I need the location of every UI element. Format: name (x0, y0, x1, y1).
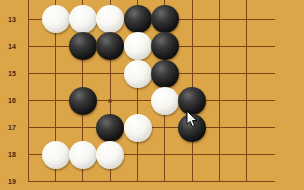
row-label-16: 16 (4, 97, 20, 104)
mouse-cursor (186, 110, 199, 129)
white-stone[interactable] (151, 87, 179, 115)
row-label-18: 18 (4, 151, 20, 158)
go-board-screen: 13141516171819 (0, 0, 304, 190)
white-stone[interactable] (42, 141, 70, 169)
black-stone[interactable] (96, 114, 124, 142)
row-label-19: 19 (4, 178, 20, 185)
grid-line-horizontal (28, 127, 275, 128)
row-label-17: 17 (4, 124, 20, 131)
white-stone[interactable] (69, 5, 97, 33)
grid-line-horizontal (28, 181, 275, 182)
black-stone[interactable] (151, 60, 179, 88)
black-stone[interactable] (69, 32, 97, 60)
white-stone[interactable] (124, 60, 152, 88)
white-stone[interactable] (124, 114, 152, 142)
row-label-13: 13 (4, 16, 20, 23)
white-stone[interactable] (96, 141, 124, 169)
black-stone[interactable] (151, 5, 179, 33)
row-label-15: 15 (4, 70, 20, 77)
row-label-14: 14 (4, 43, 20, 50)
black-stone[interactable] (69, 87, 97, 115)
white-stone[interactable] (124, 32, 152, 60)
white-stone[interactable] (96, 5, 124, 33)
black-stone[interactable] (151, 32, 179, 60)
white-stone[interactable] (69, 141, 97, 169)
black-stone[interactable] (96, 32, 124, 60)
black-stone[interactable] (124, 5, 152, 33)
white-stone[interactable] (42, 5, 70, 33)
star-point (108, 99, 112, 103)
